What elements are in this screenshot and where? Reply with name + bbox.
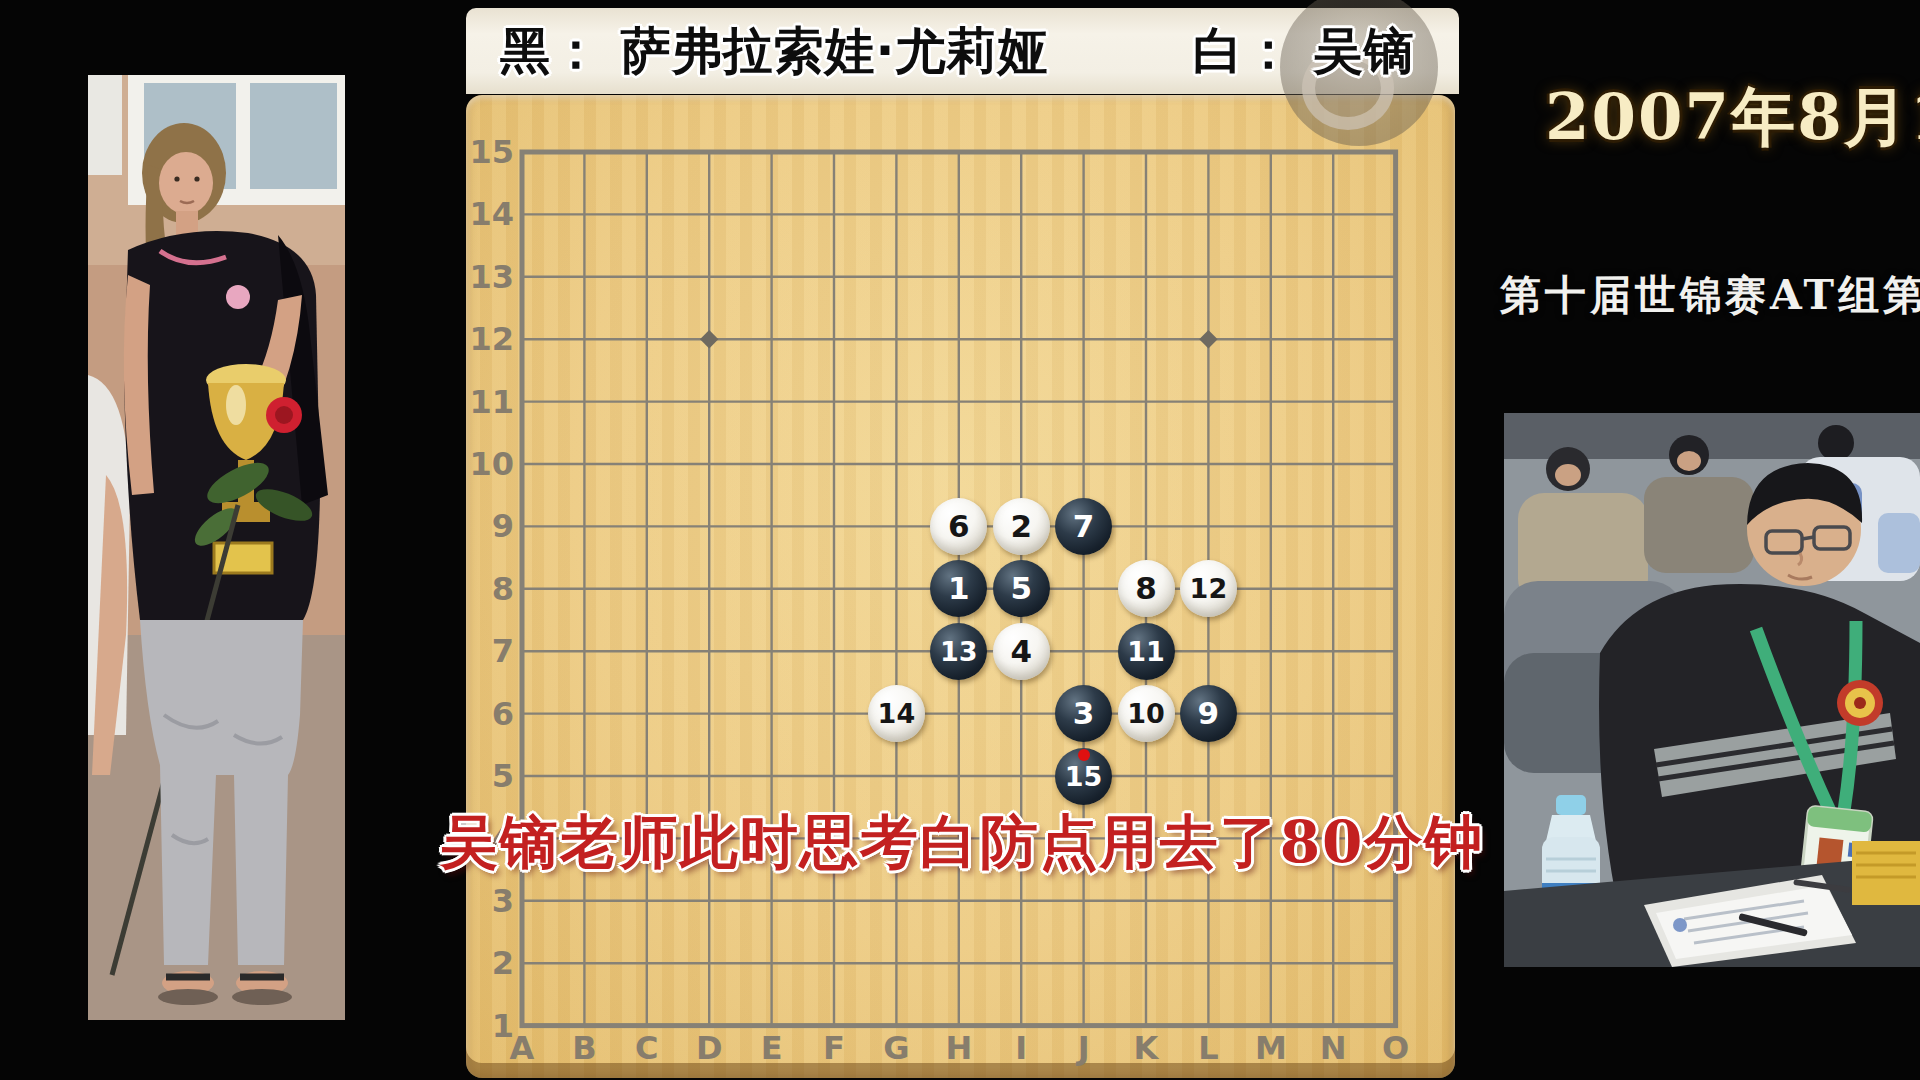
row-label-6: 6 <box>468 697 514 731</box>
col-label-C: C <box>624 1031 670 1065</box>
col-label-E: E <box>749 1031 795 1065</box>
stone-15-J5[interactable]: 15 <box>1055 748 1112 805</box>
move-number: 3 <box>1073 698 1095 729</box>
row-label-8: 8 <box>468 572 514 606</box>
stone-10-K6[interactable]: 10 <box>1118 685 1175 742</box>
move-number: 2 <box>1010 511 1032 542</box>
move-number: 6 <box>948 511 970 542</box>
row-label-9: 9 <box>468 509 514 543</box>
gomoku-board[interactable]: 151413121110987654321ABCDEFGHIJKLMNO1234… <box>466 95 1455 1078</box>
col-label-D: D <box>686 1031 732 1065</box>
row-label-2: 2 <box>468 946 514 980</box>
row-label-13: 13 <box>468 260 514 294</box>
stone-14-G6[interactable]: 14 <box>868 685 925 742</box>
photo-white-player-illustration <box>1504 413 1920 967</box>
move-number: 15 <box>1065 763 1103 790</box>
date-text: 2007年8月10 <box>1545 74 1920 161</box>
col-label-B: B <box>561 1031 607 1065</box>
row-label-3: 3 <box>468 884 514 918</box>
move-number: 5 <box>1010 573 1032 604</box>
star-point <box>1199 330 1217 348</box>
col-label-I: I <box>998 1031 1044 1065</box>
players-header: 黑： 萨弗拉索娃·尤莉娅 白： 吴镝 <box>466 8 1459 94</box>
black-player-label: 黑： 萨弗拉索娃·尤莉娅 <box>500 18 1048 85</box>
stone-2-I9[interactable]: 2 <box>993 498 1050 555</box>
event-text: 第十届世锦赛AT组第 <box>1500 268 1920 323</box>
col-label-L: L <box>1185 1031 1231 1065</box>
col-label-J: J <box>1061 1031 1107 1065</box>
move-number: 14 <box>878 700 916 727</box>
row-label-5: 5 <box>468 759 514 793</box>
move-number: 4 <box>1010 636 1032 667</box>
move-number: 7 <box>1073 511 1095 542</box>
move-number: 13 <box>940 638 978 665</box>
col-label-H: H <box>936 1031 982 1065</box>
row-label-10: 10 <box>468 447 514 481</box>
photo-white-player <box>1504 413 1920 967</box>
stone-12-L8[interactable]: 12 <box>1180 560 1237 617</box>
col-label-G: G <box>873 1031 919 1065</box>
col-label-A: A <box>499 1031 545 1065</box>
photo-black-player <box>88 75 345 1020</box>
col-label-K: K <box>1123 1031 1169 1065</box>
stone-5-I8[interactable]: 5 <box>993 560 1050 617</box>
stone-11-K7[interactable]: 11 <box>1118 623 1175 680</box>
row-label-7: 7 <box>468 634 514 668</box>
move-number: 12 <box>1190 575 1228 602</box>
row-label-15: 15 <box>468 135 514 169</box>
move-number: 11 <box>1127 638 1165 665</box>
row-label-11: 11 <box>468 385 514 419</box>
white-player-label: 白： 吴镝 <box>1193 18 1415 85</box>
star-point <box>700 330 718 348</box>
col-label-F: F <box>811 1031 857 1065</box>
row-label-14: 14 <box>468 197 514 231</box>
row-label-12: 12 <box>468 322 514 356</box>
col-label-M: M <box>1248 1031 1294 1065</box>
video-frame: 151413121110987654321ABCDEFGHIJKLMNO1234… <box>0 0 1920 1080</box>
stone-4-I7[interactable]: 4 <box>993 623 1050 680</box>
move-number: 1 <box>948 573 970 604</box>
last-move-marker <box>1078 749 1090 761</box>
stone-3-J6[interactable]: 3 <box>1055 685 1112 742</box>
move-number: 10 <box>1127 700 1165 727</box>
photo-black-player-illustration <box>88 75 345 1020</box>
stone-9-L6[interactable]: 9 <box>1180 685 1237 742</box>
col-label-N: N <box>1310 1031 1356 1065</box>
move-number: 8 <box>1135 573 1157 604</box>
stone-8-K8[interactable]: 8 <box>1118 560 1175 617</box>
move-number: 9 <box>1198 698 1220 729</box>
stone-7-J9[interactable]: 7 <box>1055 498 1112 555</box>
commentary-caption: 吴镝老师此时思考白防点用去了80分钟 <box>402 804 1522 882</box>
col-label-O: O <box>1373 1031 1419 1065</box>
stone-6-H9[interactable]: 6 <box>930 498 987 555</box>
stone-13-H7[interactable]: 13 <box>930 623 987 680</box>
